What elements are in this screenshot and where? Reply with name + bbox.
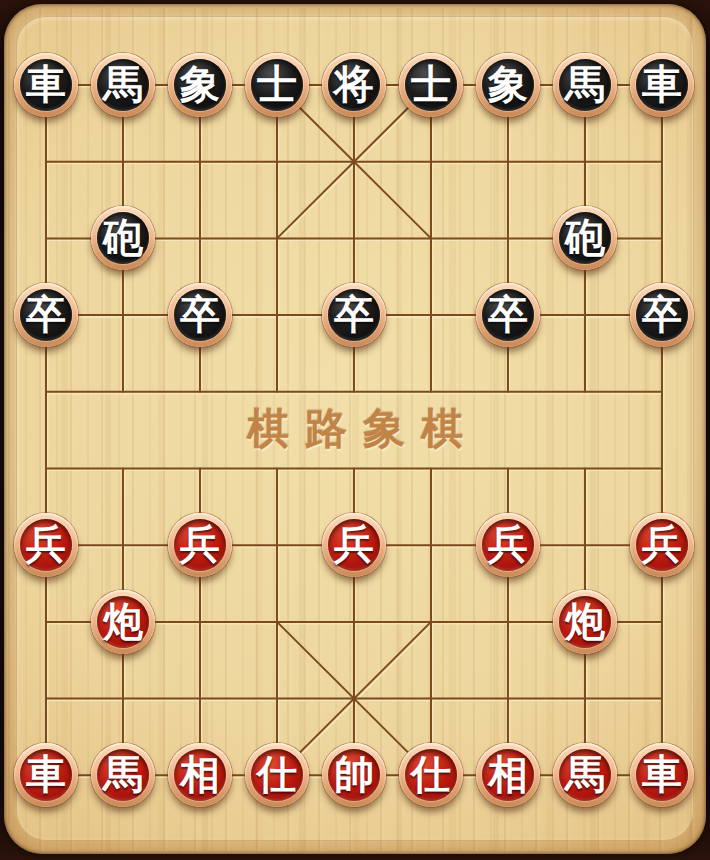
piece-glyph: 砲 (565, 217, 605, 257)
piece-glyph: 兵 (26, 524, 66, 564)
piece-glyph: 士 (257, 64, 297, 104)
piece-glyph: 卒 (334, 294, 374, 334)
piece-glyph: 馬 (565, 64, 605, 104)
piece-red-cannon-b[interactable]: 炮 (91, 590, 155, 654)
piece-red-advisor-f[interactable]: 仕 (399, 743, 463, 807)
piece-glyph: 馬 (103, 754, 143, 794)
piece-red-cannon-h[interactable]: 炮 (553, 590, 617, 654)
piece-red-soldier-g[interactable]: 兵 (476, 513, 540, 577)
red-piece-disc: 兵 (636, 519, 688, 571)
piece-glyph: 仕 (411, 754, 451, 794)
piece-glyph: 卒 (180, 294, 220, 334)
piece-glyph: 車 (642, 754, 682, 794)
piece-red-chariot-a[interactable]: 車 (14, 743, 78, 807)
piece-red-chariot-i[interactable]: 車 (630, 743, 694, 807)
black-piece-disc: 馬 (97, 59, 149, 111)
piece-red-horse-h[interactable]: 馬 (553, 743, 617, 807)
red-piece-disc: 兵 (174, 519, 226, 571)
black-piece-disc: 卒 (20, 289, 72, 341)
piece-black-soldier-e[interactable]: 卒 (322, 283, 386, 347)
red-piece-disc: 兵 (20, 519, 72, 571)
piece-black-soldier-a[interactable]: 卒 (14, 283, 78, 347)
black-piece-disc: 象 (482, 59, 534, 111)
red-piece-disc: 仕 (405, 749, 457, 801)
black-piece-disc: 士 (251, 59, 303, 111)
piece-black-cannon-b[interactable]: 砲 (91, 206, 155, 270)
piece-glyph: 車 (26, 64, 66, 104)
black-piece-disc: 卒 (174, 289, 226, 341)
black-piece-disc: 馬 (559, 59, 611, 111)
piece-glyph: 馬 (103, 64, 143, 104)
piece-glyph: 兵 (488, 524, 528, 564)
black-piece-disc: 象 (174, 59, 226, 111)
piece-glyph: 車 (642, 64, 682, 104)
black-piece-disc: 車 (20, 59, 72, 111)
piece-black-general[interactable]: 将 (322, 53, 386, 117)
red-piece-disc: 兵 (328, 519, 380, 571)
red-piece-disc: 仕 (251, 749, 303, 801)
piece-glyph: 兵 (334, 524, 374, 564)
black-piece-disc: 車 (636, 59, 688, 111)
piece-black-advisor-f[interactable]: 士 (399, 53, 463, 117)
black-piece-disc: 卒 (636, 289, 688, 341)
piece-black-horse-b[interactable]: 馬 (91, 53, 155, 117)
red-piece-disc: 相 (482, 749, 534, 801)
piece-red-soldier-a[interactable]: 兵 (14, 513, 78, 577)
piece-black-soldier-c[interactable]: 卒 (168, 283, 232, 347)
piece-glyph: 相 (488, 754, 528, 794)
black-piece-disc: 将 (328, 59, 380, 111)
black-piece-disc: 士 (405, 59, 457, 111)
piece-black-soldier-i[interactable]: 卒 (630, 283, 694, 347)
piece-red-elephant-c[interactable]: 相 (168, 743, 232, 807)
piece-glyph: 仕 (257, 754, 297, 794)
piece-glyph: 車 (26, 754, 66, 794)
piece-red-advisor-d[interactable]: 仕 (245, 743, 309, 807)
piece-glyph: 将 (334, 64, 374, 104)
black-piece-disc: 卒 (482, 289, 534, 341)
red-piece-disc: 兵 (482, 519, 534, 571)
piece-red-soldier-i[interactable]: 兵 (630, 513, 694, 577)
red-piece-disc: 炮 (97, 596, 149, 648)
piece-glyph: 卒 (488, 294, 528, 334)
red-piece-disc: 車 (20, 749, 72, 801)
piece-red-soldier-e[interactable]: 兵 (322, 513, 386, 577)
piece-black-cannon-h[interactable]: 砲 (553, 206, 617, 270)
red-piece-disc: 相 (174, 749, 226, 801)
piece-glyph: 象 (180, 64, 220, 104)
piece-glyph: 相 (180, 754, 220, 794)
piece-black-elephant-g[interactable]: 象 (476, 53, 540, 117)
piece-red-soldier-c[interactable]: 兵 (168, 513, 232, 577)
red-piece-disc: 馬 (97, 749, 149, 801)
piece-glyph: 兵 (642, 524, 682, 564)
piece-glyph: 象 (488, 64, 528, 104)
piece-black-elephant-c[interactable]: 象 (168, 53, 232, 117)
red-piece-disc: 車 (636, 749, 688, 801)
piece-glyph: 炮 (565, 601, 605, 641)
red-piece-disc: 帥 (328, 749, 380, 801)
piece-glyph: 帥 (334, 754, 374, 794)
piece-black-advisor-d[interactable]: 士 (245, 53, 309, 117)
piece-glyph: 士 (411, 64, 451, 104)
piece-glyph: 兵 (180, 524, 220, 564)
piece-black-soldier-g[interactable]: 卒 (476, 283, 540, 347)
black-piece-disc: 砲 (97, 212, 149, 264)
xiangqi-app: 棋路象棋 車馬象士将士象馬車砲砲卒卒卒卒卒兵兵兵兵兵炮炮車馬相仕帥仕相馬車 (0, 0, 710, 860)
piece-glyph: 卒 (26, 294, 66, 334)
pieces-layer: 車馬象士将士象馬車砲砲卒卒卒卒卒兵兵兵兵兵炮炮車馬相仕帥仕相馬車 (8, 47, 701, 814)
black-piece-disc: 卒 (328, 289, 380, 341)
piece-glyph: 馬 (565, 754, 605, 794)
black-piece-disc: 砲 (559, 212, 611, 264)
red-piece-disc: 炮 (559, 596, 611, 648)
piece-black-chariot-i[interactable]: 車 (630, 53, 694, 117)
piece-glyph: 炮 (103, 601, 143, 641)
red-piece-disc: 馬 (559, 749, 611, 801)
piece-glyph: 卒 (642, 294, 682, 334)
piece-red-general[interactable]: 帥 (322, 743, 386, 807)
piece-red-elephant-g[interactable]: 相 (476, 743, 540, 807)
piece-red-horse-b[interactable]: 馬 (91, 743, 155, 807)
piece-black-chariot-a[interactable]: 車 (14, 53, 78, 117)
piece-black-horse-h[interactable]: 馬 (553, 53, 617, 117)
piece-glyph: 砲 (103, 217, 143, 257)
